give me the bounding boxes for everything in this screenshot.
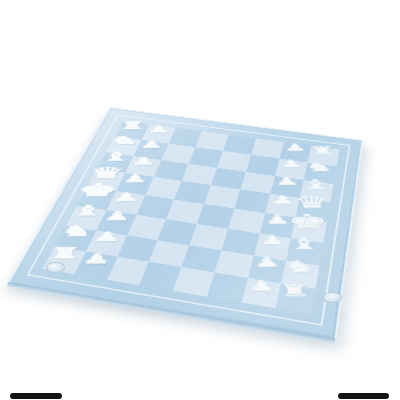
square-h5 — [173, 267, 214, 297]
square-h8 — [276, 284, 316, 315]
photo-frame-bar-right — [338, 393, 389, 399]
checkerboard — [42, 121, 339, 315]
square-h7 — [241, 278, 281, 308]
photo-frame-bar-left — [10, 393, 62, 399]
glass-foot-right — [323, 292, 342, 303]
glass-foot-left — [46, 262, 65, 273]
product-photo: ♜♟♟♜♞♟♟♞♝♟♟♝♛♟♟♛♚♟♟♚♝♟♟♝♞♟♟♞♜♟♟♜ — [0, 0, 400, 400]
